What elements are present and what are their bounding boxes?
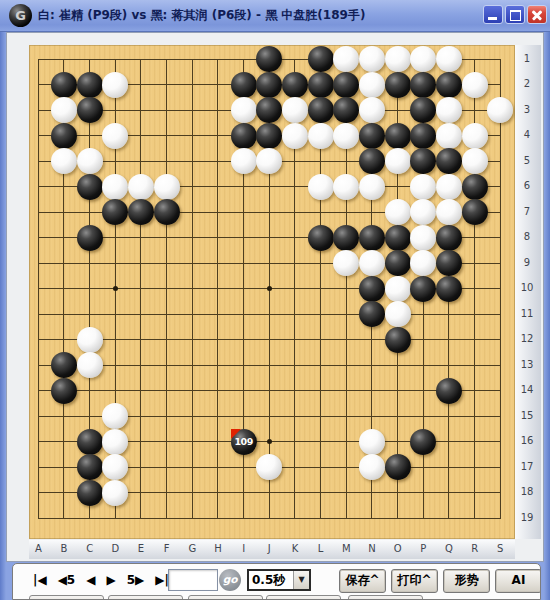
- move-number-label: 109: [231, 429, 257, 455]
- row-label: 11: [515, 308, 539, 319]
- stone: [282, 72, 308, 98]
- stone: [410, 429, 436, 455]
- row-label: 8: [515, 231, 539, 242]
- col-label: C: [81, 543, 99, 554]
- stone: [359, 46, 385, 72]
- stone: [436, 123, 462, 149]
- stone: [359, 72, 385, 98]
- stone: [436, 46, 462, 72]
- stone: [410, 72, 436, 98]
- stone: [436, 378, 462, 404]
- stone: [385, 276, 411, 302]
- stone: [385, 123, 411, 149]
- stone: [359, 276, 385, 302]
- stone: [77, 327, 103, 353]
- star-point: [113, 286, 118, 291]
- stone: [385, 148, 411, 174]
- board-panel: 109 12345678910111213141516171819 ABCDEF…: [6, 32, 544, 562]
- stone: [51, 148, 77, 174]
- grid-line: [500, 59, 501, 519]
- stone: [385, 46, 411, 72]
- stone: [333, 174, 359, 200]
- col-label: F: [158, 543, 176, 554]
- col-label: L: [312, 543, 330, 554]
- hidden-button-stub[interactable]: [266, 595, 341, 600]
- col-label: G: [183, 543, 201, 554]
- stone: [359, 148, 385, 174]
- stone: [128, 174, 154, 200]
- hidden-button-stub[interactable]: [29, 595, 104, 600]
- stone: [102, 199, 128, 225]
- stone: [333, 97, 359, 123]
- grid-line: [38, 339, 501, 340]
- stone: [256, 72, 282, 98]
- stone: [102, 429, 128, 455]
- row-label: 7: [515, 206, 539, 217]
- stone: [436, 174, 462, 200]
- stone: [77, 429, 103, 455]
- row-label: 5: [515, 155, 539, 166]
- territory-button[interactable]: 形势: [443, 569, 490, 593]
- stone: [410, 148, 436, 174]
- stone: [359, 454, 385, 480]
- row-label: 9: [515, 257, 539, 268]
- stone: [462, 123, 488, 149]
- stone: [128, 199, 154, 225]
- col-label: E: [132, 543, 150, 554]
- col-label: M: [337, 543, 355, 554]
- stone: [436, 72, 462, 98]
- col-label: P: [414, 543, 432, 554]
- stone: [436, 225, 462, 251]
- minimize-icon: [488, 17, 497, 20]
- stone: [308, 174, 334, 200]
- row-label: 16: [515, 435, 539, 446]
- nav-forward-button[interactable]: ▶: [106, 573, 115, 587]
- stone: [462, 148, 488, 174]
- app-window: G 白: 崔精 (P9段) vs 黑: 蒋其润 (P6段) - 黑 中盘胜(18…: [0, 0, 550, 600]
- stone: [77, 148, 103, 174]
- stone: [102, 480, 128, 506]
- stone: [462, 174, 488, 200]
- stone: [308, 46, 334, 72]
- move-number-input[interactable]: [168, 569, 218, 591]
- grid-line: [38, 365, 501, 366]
- go-button[interactable]: go: [219, 569, 241, 591]
- col-label: O: [389, 543, 407, 554]
- stone: [308, 72, 334, 98]
- row-label: 6: [515, 180, 539, 191]
- col-label: R: [466, 543, 484, 554]
- stone: [51, 123, 77, 149]
- col-label: K: [286, 543, 304, 554]
- stone: [410, 250, 436, 276]
- stone: [333, 250, 359, 276]
- stone: [359, 429, 385, 455]
- delay-select[interactable]: 0.5秒 ▼: [247, 569, 311, 591]
- stone: [77, 225, 103, 251]
- stone: [102, 174, 128, 200]
- col-label: B: [55, 543, 73, 554]
- minimize-button[interactable]: [483, 5, 503, 24]
- star-point: [267, 286, 272, 291]
- stone: [308, 123, 334, 149]
- row-label: 17: [515, 461, 539, 472]
- row-label: 18: [515, 486, 539, 497]
- row-label: 14: [515, 384, 539, 395]
- stone: [410, 225, 436, 251]
- stone: [308, 97, 334, 123]
- stone: [333, 46, 359, 72]
- app-icon: G: [9, 4, 32, 27]
- row-label: 12: [515, 333, 539, 344]
- stone: [359, 250, 385, 276]
- hidden-button-stub[interactable]: [108, 595, 183, 600]
- stone: [231, 123, 257, 149]
- row-label: 4: [515, 129, 539, 140]
- nav-back-button[interactable]: ◀: [86, 573, 95, 587]
- close-button[interactable]: [527, 5, 547, 24]
- titlebar: G 白: 崔精 (P9段) vs 黑: 蒋其润 (P6段) - 黑 中盘胜(18…: [0, 0, 550, 32]
- stone: [487, 97, 513, 123]
- stone: [436, 199, 462, 225]
- col-labels: ABCDEFGHIJKLMNOPQRS: [29, 540, 515, 559]
- stone: [333, 123, 359, 149]
- chevron-down-icon[interactable]: ▼: [293, 571, 309, 589]
- nav-forward-5-button[interactable]: 5▶: [127, 573, 145, 587]
- stone: [385, 250, 411, 276]
- stone: [77, 174, 103, 200]
- stone: [51, 72, 77, 98]
- window-title: 白: 崔精 (P9段) vs 黑: 蒋其润 (P6段) - 黑 中盘胜(189手…: [38, 7, 478, 25]
- stone: [51, 97, 77, 123]
- stone: [359, 123, 385, 149]
- stone: [77, 454, 103, 480]
- stone: [102, 72, 128, 98]
- nav-back-5-button[interactable]: ◀5: [58, 573, 76, 587]
- row-label: 15: [515, 410, 539, 421]
- stone: [102, 454, 128, 480]
- stone: [410, 276, 436, 302]
- row-labels: 12345678910111213141516171819: [515, 45, 541, 539]
- stone: [333, 225, 359, 251]
- stone: [359, 225, 385, 251]
- hidden-button-stub[interactable]: [348, 595, 423, 600]
- row-label: 3: [515, 104, 539, 115]
- stone: [436, 97, 462, 123]
- nav-group: |◀◀5◀▶5▶▶|: [33, 573, 169, 587]
- row-label: 2: [515, 78, 539, 89]
- stone: [410, 123, 436, 149]
- stone: [77, 480, 103, 506]
- row-label: 19: [515, 512, 539, 523]
- stone: [51, 352, 77, 378]
- stone: [154, 174, 180, 200]
- save-button[interactable]: 保存^: [339, 569, 386, 593]
- stone: [77, 352, 103, 378]
- stone: [385, 72, 411, 98]
- stone: [256, 148, 282, 174]
- stone: [385, 225, 411, 251]
- stone: [77, 97, 103, 123]
- stone: [282, 97, 308, 123]
- stone: [410, 174, 436, 200]
- stone: [359, 174, 385, 200]
- print-button[interactable]: 打印^: [391, 569, 438, 593]
- maximize-button[interactable]: [505, 5, 525, 24]
- stone: [231, 72, 257, 98]
- col-label: S: [491, 543, 509, 554]
- stone: [77, 72, 103, 98]
- stone: [462, 72, 488, 98]
- col-label: I: [235, 543, 253, 554]
- stone: [436, 250, 462, 276]
- grid-line: [38, 518, 501, 519]
- stone: [102, 123, 128, 149]
- go-board[interactable]: 109: [29, 45, 515, 539]
- stone: [410, 97, 436, 123]
- stone: [51, 378, 77, 404]
- toolbar: |◀◀5◀▶5▶▶| go 0.5秒 ▼ 保存^打印^形势AI: [12, 563, 541, 600]
- col-label: D: [106, 543, 124, 554]
- stone: [410, 199, 436, 225]
- stone: [102, 403, 128, 429]
- stone: [385, 301, 411, 327]
- stone: [231, 97, 257, 123]
- stone: [256, 46, 282, 72]
- delay-value: 0.5秒: [252, 572, 285, 589]
- stone: 109: [231, 429, 257, 455]
- col-label: A: [29, 543, 47, 554]
- nav-last-button[interactable]: ▶|: [155, 573, 169, 587]
- nav-first-button[interactable]: |◀: [33, 573, 47, 587]
- star-point: [267, 439, 272, 444]
- maximize-icon: [510, 10, 521, 21]
- stone: [333, 72, 359, 98]
- stone: [436, 148, 462, 174]
- col-label: H: [209, 543, 227, 554]
- col-label: J: [260, 543, 278, 554]
- stone: [282, 123, 308, 149]
- stone: [462, 199, 488, 225]
- stone: [359, 301, 385, 327]
- hidden-button-stub[interactable]: [188, 595, 263, 600]
- stone: [385, 454, 411, 480]
- stone: [385, 327, 411, 353]
- row-label: 1: [515, 53, 539, 64]
- row-label: 10: [515, 282, 539, 293]
- stone: [231, 148, 257, 174]
- stone: [154, 199, 180, 225]
- stone: [256, 97, 282, 123]
- stone: [359, 97, 385, 123]
- row-label: 13: [515, 359, 539, 370]
- col-label: Q: [440, 543, 458, 554]
- stone: [410, 46, 436, 72]
- stone: [308, 225, 334, 251]
- ai-button[interactable]: AI: [495, 569, 541, 593]
- stone: [436, 276, 462, 302]
- stone: [256, 454, 282, 480]
- stone: [385, 199, 411, 225]
- grid-line: [38, 390, 501, 391]
- col-label: N: [363, 543, 381, 554]
- grid-line: [38, 314, 501, 315]
- stone: [256, 123, 282, 149]
